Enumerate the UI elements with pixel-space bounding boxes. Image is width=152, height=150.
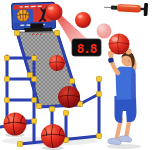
flying-ball-mid bbox=[75, 12, 91, 28]
flying-ball-ghost bbox=[97, 24, 112, 39]
scene-canvas: 8.8 bbox=[0, 0, 152, 150]
hoop-shelf bbox=[24, 28, 53, 33]
pump-nozzle bbox=[111, 5, 118, 9]
ramp-ball-upper bbox=[49, 55, 65, 71]
boy-shooter bbox=[107, 34, 141, 150]
pump-handle bbox=[144, 3, 148, 16]
boy-back-shoe bbox=[119, 135, 132, 142]
boy-shorts bbox=[115, 96, 137, 123]
floor-ball-right bbox=[41, 124, 65, 148]
ramp-ball-lower bbox=[58, 86, 80, 108]
scoreboard-digits: 8.8 bbox=[77, 41, 97, 56]
backboard-basketball-graphic bbox=[17, 9, 30, 22]
hoop-ball bbox=[46, 4, 63, 21]
product-photo-basketball-arcade: 8.8 bbox=[0, 0, 152, 150]
boy-shadow bbox=[107, 144, 141, 149]
air-pump bbox=[104, 1, 148, 16]
floor-ball-left bbox=[4, 113, 27, 136]
boy-held-ball bbox=[109, 34, 130, 55]
scoreboard: 8.8 bbox=[72, 39, 101, 56]
